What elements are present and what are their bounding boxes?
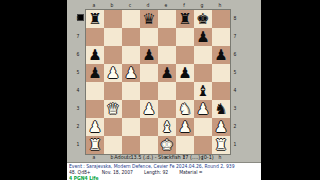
rank-label-left-4: 4 [74, 89, 83, 92]
square-c5[interactable]: ♟ [122, 64, 140, 82]
square-g5[interactable] [194, 64, 212, 82]
square-d5[interactable] [140, 64, 158, 82]
square-e6[interactable] [158, 46, 176, 64]
square-a4[interactable] [86, 82, 104, 100]
white-pawn-piece: ♟ [196, 100, 209, 118]
game-length: Length: 92 [144, 170, 168, 175]
square-g6[interactable] [194, 46, 212, 64]
square-b7[interactable] [104, 28, 122, 46]
white-bishop-piece: ♝ [160, 118, 173, 136]
square-f4[interactable] [176, 82, 194, 100]
rank-label-left-7: 7 [74, 35, 83, 38]
file-label-top-d: d [144, 4, 153, 7]
white-pawn-piece: ♟ [178, 118, 191, 136]
square-e8[interactable] [158, 10, 176, 28]
white-king-piece: ♚ [160, 136, 173, 154]
square-e1[interactable]: ♚ [158, 136, 176, 154]
rank-label-left-6: 6 [74, 53, 83, 56]
white-rook-piece: ♜ [88, 136, 101, 154]
square-c6[interactable] [122, 46, 140, 64]
material-balance: Material = [179, 170, 202, 175]
game-info-panel: Event : Sarajevska, Modern Defence, Cevi… [67, 162, 261, 180]
square-g4[interactable]: ♝ [194, 82, 212, 100]
stats-line: 48. Qd8+ Nov. 18, 2007 Length: 92 Materi… [69, 170, 259, 175]
square-f5[interactable]: ♟ [176, 64, 194, 82]
square-a5[interactable]: ♟ [86, 64, 104, 82]
file-label-top-b: b [108, 4, 117, 7]
square-g2[interactable] [194, 118, 212, 136]
square-c2[interactable] [122, 118, 140, 136]
square-b5[interactable]: ♟ [104, 64, 122, 82]
square-f1[interactable] [176, 136, 194, 154]
rank-label-right-1: 1 [231, 143, 240, 146]
file-label-top-a: a [90, 4, 99, 7]
square-b1[interactable] [104, 136, 122, 154]
white-rook-piece: ♜ [214, 136, 227, 154]
chess-board[interactable]: ♜♛♜♚♟♟♟♟♟♟♟♟♟♝♛♟♞♟♞♟♝♟♟♜♚♜ [85, 9, 231, 155]
square-c7[interactable] [122, 28, 140, 46]
black-pawn-piece: ♟ [178, 64, 191, 82]
square-e7[interactable] [158, 28, 176, 46]
square-d8[interactable]: ♛ [140, 10, 158, 28]
black-rook-piece: ♜ [88, 10, 101, 28]
square-h4[interactable] [212, 82, 230, 100]
square-c3[interactable] [122, 100, 140, 118]
black-pawn-piece: ♟ [196, 28, 209, 46]
square-g1[interactable] [194, 136, 212, 154]
square-e5[interactable]: ♟ [158, 64, 176, 82]
white-pawn-piece: ♟ [106, 64, 119, 82]
white-pawn-piece: ♟ [214, 118, 227, 136]
rank-label-right-4: 4 [231, 89, 240, 92]
players-line: Adout 13.5 (....) - Stockfish 17 (....) … [111, 155, 218, 161]
white-queen-piece: ♛ [106, 100, 119, 118]
square-f8[interactable]: ♜ [176, 10, 194, 28]
square-b8[interactable] [104, 10, 122, 28]
square-e4[interactable] [158, 82, 176, 100]
black-rook-piece: ♜ [178, 10, 191, 28]
rank-label-right-6: 6 [231, 53, 240, 56]
content-area: ♜♛♜♚♟♟♟♟♟♟♟♟♟♝♛♟♞♟♞♟♝♟♟♜♚♜ aabbccddeeffg… [67, 0, 261, 180]
black-knight-piece: ♞ [214, 100, 227, 118]
square-c4[interactable] [122, 82, 140, 100]
square-d1[interactable] [140, 136, 158, 154]
square-d4[interactable] [140, 82, 158, 100]
square-h6[interactable]: ♟ [212, 46, 230, 64]
rank-label-right-8: 8 [231, 17, 240, 20]
rank-label-left-8: 8 [74, 17, 83, 20]
square-f7[interactable] [176, 28, 194, 46]
white-knight-piece: ♞ [178, 100, 191, 118]
square-c8[interactable] [122, 10, 140, 28]
square-a6[interactable]: ♟ [86, 46, 104, 64]
square-h8[interactable] [212, 10, 230, 28]
square-d3[interactable]: ♟ [140, 100, 158, 118]
square-a7[interactable] [86, 28, 104, 46]
square-d6[interactable]: ♟ [140, 46, 158, 64]
black-king-piece: ♚ [196, 10, 209, 28]
square-a3[interactable] [86, 100, 104, 118]
square-h7[interactable] [212, 28, 230, 46]
rank-label-left-2: 2 [74, 125, 83, 128]
black-pawn-piece: ♟ [214, 46, 227, 64]
square-f6[interactable] [176, 46, 194, 64]
black-pawn-piece: ♟ [88, 64, 101, 82]
rank-label-left-5: 5 [74, 71, 83, 74]
square-g3[interactable]: ♟ [194, 100, 212, 118]
square-e2[interactable]: ♝ [158, 118, 176, 136]
black-pawn-piece: ♟ [88, 46, 101, 64]
square-b6[interactable] [104, 46, 122, 64]
black-queen-piece: ♛ [142, 10, 155, 28]
watermark: 4 PGN4 Life [69, 176, 259, 180]
square-f3[interactable]: ♞ [176, 100, 194, 118]
rank-label-right-3: 3 [231, 107, 240, 110]
square-g8[interactable]: ♚ [194, 10, 212, 28]
square-h1[interactable]: ♜ [212, 136, 230, 154]
file-label-top-g: g [198, 4, 207, 7]
black-pawn-piece: ♟ [142, 46, 155, 64]
rank-label-right-5: 5 [231, 71, 240, 74]
square-b3[interactable]: ♛ [104, 100, 122, 118]
event-line: Event : Sarajevska, Modern Defence, Cevi… [69, 164, 259, 169]
square-e3[interactable] [158, 100, 176, 118]
white-pawn-piece: ♟ [142, 100, 155, 118]
last-move: 48. Qd8+ [69, 170, 91, 175]
square-d7[interactable] [140, 28, 158, 46]
game-date: Nov. 18, 2007 [102, 170, 133, 175]
file-label-top-c: c [126, 4, 135, 7]
file-label-bottom-a: a [90, 156, 99, 159]
black-pawn-piece: ♟ [160, 64, 173, 82]
file-label-top-f: f [180, 4, 189, 7]
square-h5[interactable] [212, 64, 230, 82]
file-label-top-h: h [216, 4, 225, 7]
square-f2[interactable]: ♟ [176, 118, 194, 136]
square-a2[interactable]: ♟ [86, 118, 104, 136]
square-g7[interactable]: ♟ [194, 28, 212, 46]
square-h2[interactable]: ♟ [212, 118, 230, 136]
rank-label-right-2: 2 [231, 125, 240, 128]
square-a1[interactable]: ♜ [86, 136, 104, 154]
square-c1[interactable] [122, 136, 140, 154]
rank-label-left-1: 1 [74, 143, 83, 146]
square-a8[interactable]: ♜ [86, 10, 104, 28]
square-b2[interactable] [104, 118, 122, 136]
file-label-top-e: e [162, 4, 171, 7]
square-b4[interactable] [104, 82, 122, 100]
square-d2[interactable] [140, 118, 158, 136]
white-pawn-piece: ♟ [88, 118, 101, 136]
square-h3[interactable]: ♞ [212, 100, 230, 118]
rank-label-right-7: 7 [231, 35, 240, 38]
black-bishop-piece: ♝ [196, 82, 209, 100]
rank-label-left-3: 3 [74, 107, 83, 110]
white-pawn-piece: ♟ [124, 64, 137, 82]
